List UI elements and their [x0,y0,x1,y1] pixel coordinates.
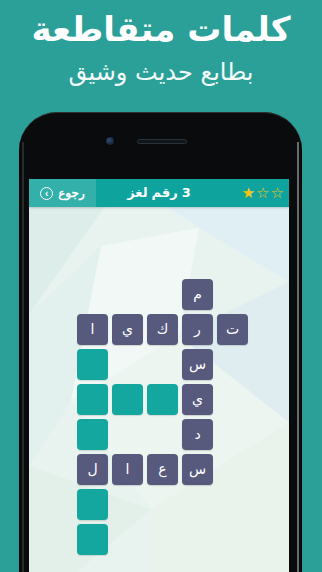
puzzle-title-word: لغز [127,185,147,200]
cell-r6d[interactable]: س [182,454,213,485]
cell-r8a[interactable] [77,524,108,555]
cell-r5d[interactable]: د [182,419,213,450]
app-top-bar: ‹ رجوع لغزرقم3 ★☆☆ [29,179,289,207]
cell-r7a[interactable] [77,489,108,520]
back-chevron-circle-icon: ‹ [40,187,53,200]
earpiece-speaker-icon [137,139,187,144]
cell-r4d[interactable]: ي [182,384,213,415]
cell-r6c[interactable]: ع [147,454,178,485]
crossword-grid: مايكرتسيدلاعس [77,279,248,555]
cell-r4b[interactable] [112,384,143,415]
phone-frame-left [22,142,24,572]
cell-r4c[interactable] [147,384,178,415]
app-screen: ‹ رجوع لغزرقم3 ★☆☆ مايكرتسيدلاعس [29,179,289,572]
cell-r3a[interactable] [77,349,108,380]
puzzle-title-word: رقم [152,185,178,200]
phone-mockup: ‹ رجوع لغزرقم3 ★☆☆ مايكرتسيدلاعس [19,112,302,572]
cell-r5a[interactable] [77,419,108,450]
front-camera-icon [106,137,114,145]
cell-r6a[interactable]: ل [77,454,108,485]
cell-r6b[interactable]: ا [112,454,143,485]
cell-r2a[interactable]: ا [77,314,108,345]
phone-frame-right [297,142,299,572]
cell-r3d[interactable]: س [182,349,213,380]
back-button-label: رجوع [58,186,85,200]
puzzle-title-word: 3 [182,185,191,200]
star-outline-icon: ☆ [271,186,284,201]
cell-r2e[interactable]: ت [217,314,248,345]
star-outline-icon: ☆ [256,186,269,201]
app-headline: كلمات متقاطعة [0,6,322,52]
cell-r2b[interactable]: ي [112,314,143,345]
store-banner: كلمات متقاطعة بطابع حديث وشيق [0,0,322,112]
cell-r4a[interactable] [77,384,108,415]
star-filled-icon: ★ [242,186,255,201]
cell-r2d[interactable]: ر [182,314,213,345]
app-subtitle: بطابع حديث وشيق [0,54,322,90]
cell-r1d[interactable]: م [182,279,213,310]
star-rating: ★☆☆ [242,179,284,207]
cell-r2c[interactable]: ك [147,314,178,345]
back-button[interactable]: ‹ رجوع [29,179,96,207]
